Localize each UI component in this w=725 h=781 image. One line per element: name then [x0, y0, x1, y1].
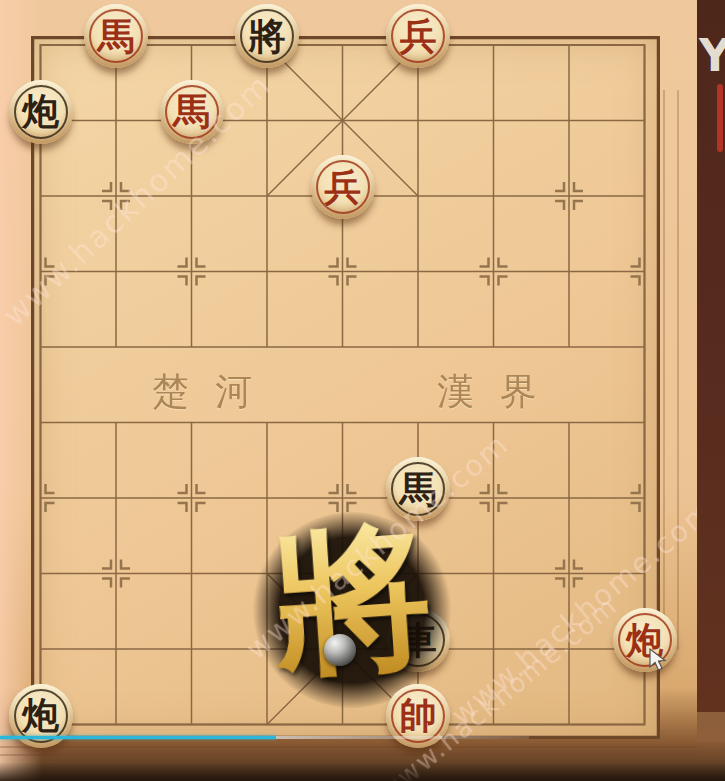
piece-glyph: 炮 — [626, 622, 663, 659]
progress-buffered — [276, 736, 530, 739]
wood-grain — [663, 90, 665, 650]
piece-glyph: 馬 — [98, 18, 135, 55]
wood-grain — [0, 754, 697, 756]
piece-glyph: 兵 — [400, 18, 437, 55]
xiangqi-board[interactable] — [33, 38, 658, 737]
progress-played — [0, 736, 276, 739]
piece-black-horse[interactable]: 馬 — [386, 457, 450, 521]
red-accent-bar — [717, 84, 723, 152]
piece-glyph: 帥 — [400, 697, 437, 734]
piece-black-cannon[interactable]: 炮 — [9, 80, 73, 144]
piece-glyph: 炮 — [22, 93, 59, 130]
piece-glyph: 馬 — [400, 471, 437, 508]
xiangqi-game-screen: 楚河 漢界 馬將兵炮馬兵馬車炮炮帥 將 www.hackhome.com www… — [0, 0, 725, 781]
piece-red-soldier[interactable]: 兵 — [311, 155, 375, 219]
right-sidebar: Y — [697, 0, 725, 742]
piece-red-horse[interactable]: 馬 — [160, 80, 224, 144]
site-logo-y: Y — [699, 30, 725, 81]
piece-black-chariot[interactable]: 車 — [386, 608, 450, 672]
piece-red-cannon[interactable]: 炮 — [613, 608, 677, 672]
video-progress-bar[interactable] — [0, 735, 725, 740]
river-label-right: 漢界 — [437, 367, 563, 417]
river-label-left: 楚河 — [152, 367, 278, 417]
wood-grain — [677, 90, 679, 650]
piece-red-soldier[interactable]: 兵 — [386, 4, 450, 68]
piece-glyph: 炮 — [22, 697, 59, 734]
piece-glyph: 馬 — [173, 93, 210, 130]
wood-grain — [0, 746, 697, 748]
piece-black-general[interactable]: 將 — [235, 4, 299, 68]
bottom-shadow — [0, 762, 725, 781]
piece-glyph: 將 — [249, 18, 286, 55]
piece-glyph: 車 — [400, 622, 437, 659]
piece-red-horse[interactable]: 馬 — [84, 4, 148, 68]
piece-glyph: 兵 — [324, 169, 361, 206]
